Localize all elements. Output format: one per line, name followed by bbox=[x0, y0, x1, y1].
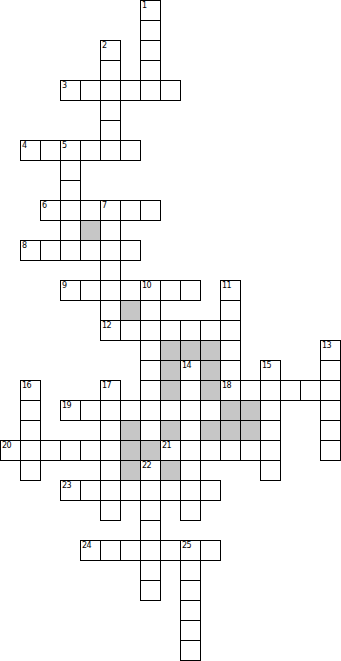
grid-cell[interactable] bbox=[140, 480, 161, 501]
grid-cell[interactable] bbox=[60, 180, 81, 201]
grid-cell[interactable] bbox=[140, 400, 161, 421]
grid-cell[interactable] bbox=[140, 320, 161, 341]
grid-cell[interactable]: 15 bbox=[260, 360, 281, 381]
blocked-cell bbox=[120, 420, 141, 441]
grid-cell[interactable] bbox=[260, 400, 281, 421]
grid-cell[interactable]: 20 bbox=[0, 440, 21, 461]
grid-cell[interactable]: 17 bbox=[100, 380, 121, 401]
grid-cell[interactable] bbox=[100, 60, 121, 81]
grid-cell[interactable] bbox=[140, 340, 161, 361]
grid-cell[interactable] bbox=[140, 40, 161, 61]
grid-cell[interactable] bbox=[80, 400, 101, 421]
clue-number: 6 bbox=[42, 201, 47, 210]
grid-cell[interactable]: 24 bbox=[80, 540, 101, 561]
grid-cell[interactable] bbox=[100, 100, 121, 121]
grid-cell[interactable] bbox=[40, 140, 61, 161]
blocked-cell bbox=[200, 420, 221, 441]
grid-cell[interactable] bbox=[100, 460, 121, 481]
grid-cell[interactable] bbox=[120, 540, 141, 561]
grid-cell[interactable]: 2 bbox=[100, 40, 121, 61]
grid-cell[interactable] bbox=[160, 280, 181, 301]
grid-cell[interactable] bbox=[140, 60, 161, 81]
grid-cell[interactable] bbox=[260, 420, 281, 441]
blocked-cell bbox=[160, 380, 181, 401]
grid-cell[interactable] bbox=[100, 300, 121, 321]
grid-cell[interactable]: 3 bbox=[60, 80, 81, 101]
grid-cell[interactable] bbox=[180, 600, 201, 621]
grid-cell[interactable] bbox=[80, 440, 101, 461]
clue-number: 21 bbox=[162, 441, 171, 450]
grid-cell[interactable] bbox=[100, 80, 121, 101]
clue-number: 9 bbox=[62, 281, 67, 290]
grid-cell[interactable] bbox=[120, 280, 141, 301]
crossword-grid: 1234567891011121314151617181920212223242… bbox=[0, 0, 341, 661]
grid-cell[interactable] bbox=[60, 440, 81, 461]
grid-cell[interactable] bbox=[260, 460, 281, 481]
grid-cell[interactable] bbox=[180, 640, 201, 661]
grid-cell[interactable] bbox=[200, 320, 221, 341]
grid-cell[interactable] bbox=[140, 380, 161, 401]
grid-cell[interactable] bbox=[100, 260, 121, 281]
clue-number: 23 bbox=[62, 481, 71, 490]
grid-cell[interactable]: 25 bbox=[180, 540, 201, 561]
grid-cell[interactable] bbox=[80, 280, 101, 301]
blocked-cell bbox=[80, 220, 101, 241]
grid-cell[interactable] bbox=[200, 440, 221, 461]
grid-cell[interactable] bbox=[20, 440, 41, 461]
grid-cell[interactable]: 16 bbox=[20, 380, 41, 401]
blocked-cell bbox=[180, 340, 201, 361]
grid-cell[interactable] bbox=[260, 380, 281, 401]
blocked-cell bbox=[220, 400, 241, 421]
grid-cell[interactable]: 9 bbox=[60, 280, 81, 301]
grid-cell[interactable]: 7 bbox=[100, 200, 121, 221]
grid-cell[interactable] bbox=[120, 200, 141, 221]
grid-cell[interactable] bbox=[220, 360, 241, 381]
grid-cell[interactable] bbox=[100, 220, 121, 241]
grid-cell[interactable] bbox=[160, 80, 181, 101]
clue-number: 18 bbox=[222, 381, 231, 390]
clue-number: 17 bbox=[102, 381, 111, 390]
grid-cell[interactable] bbox=[160, 400, 181, 421]
grid-cell[interactable]: 23 bbox=[60, 480, 81, 501]
blocked-cell bbox=[120, 460, 141, 481]
clue-number: 24 bbox=[82, 541, 91, 550]
grid-cell[interactable] bbox=[100, 540, 121, 561]
grid-cell[interactable] bbox=[100, 420, 121, 441]
grid-cell[interactable] bbox=[200, 540, 221, 561]
grid-cell[interactable] bbox=[100, 440, 121, 461]
grid-cell[interactable]: 6 bbox=[40, 200, 61, 221]
clue-number: 3 bbox=[62, 81, 67, 90]
grid-cell[interactable] bbox=[140, 500, 161, 521]
blocked-cell bbox=[160, 360, 181, 381]
grid-cell[interactable] bbox=[320, 440, 341, 461]
grid-cell[interactable] bbox=[120, 400, 141, 421]
grid-cell[interactable]: 19 bbox=[60, 400, 81, 421]
grid-cell[interactable] bbox=[100, 400, 121, 421]
grid-cell[interactable]: 8 bbox=[20, 240, 41, 261]
grid-cell[interactable] bbox=[220, 440, 241, 461]
blocked-cell bbox=[120, 300, 141, 321]
clue-number: 20 bbox=[2, 441, 11, 450]
grid-cell[interactable]: 12 bbox=[100, 320, 121, 341]
grid-cell[interactable] bbox=[120, 480, 141, 501]
grid-cell[interactable] bbox=[240, 440, 261, 461]
clue-number: 14 bbox=[182, 361, 191, 370]
grid-cell[interactable] bbox=[240, 380, 261, 401]
grid-cell[interactable] bbox=[180, 280, 201, 301]
grid-cell[interactable]: 21 bbox=[160, 440, 181, 461]
grid-cell[interactable]: 1 bbox=[140, 0, 161, 21]
grid-cell[interactable] bbox=[120, 320, 141, 341]
blocked-cell bbox=[220, 420, 241, 441]
grid-cell[interactable]: 10 bbox=[140, 280, 161, 301]
grid-cell[interactable] bbox=[100, 480, 121, 501]
blocked-cell bbox=[240, 420, 261, 441]
clue-number: 1 bbox=[142, 1, 147, 10]
blocked-cell bbox=[200, 380, 221, 401]
grid-cell[interactable] bbox=[160, 320, 181, 341]
grid-cell[interactable] bbox=[180, 560, 201, 581]
grid-cell[interactable] bbox=[40, 240, 61, 261]
grid-cell[interactable] bbox=[260, 440, 281, 461]
grid-cell[interactable] bbox=[180, 620, 201, 641]
grid-cell[interactable] bbox=[140, 520, 161, 541]
grid-cell[interactable] bbox=[180, 500, 201, 521]
grid-cell[interactable] bbox=[160, 480, 181, 501]
grid-cell[interactable] bbox=[60, 160, 81, 181]
clue-number: 10 bbox=[142, 281, 151, 290]
grid-cell[interactable] bbox=[140, 200, 161, 221]
grid-cell[interactable] bbox=[140, 80, 161, 101]
clue-number: 5 bbox=[62, 141, 67, 150]
grid-cell[interactable] bbox=[180, 400, 201, 421]
grid-cell[interactable] bbox=[180, 480, 201, 501]
grid-cell[interactable] bbox=[320, 360, 341, 381]
grid-cell[interactable] bbox=[180, 460, 201, 481]
grid-cell[interactable] bbox=[60, 240, 81, 261]
grid-cell[interactable] bbox=[140, 560, 161, 581]
grid-cell[interactable] bbox=[40, 440, 61, 461]
blocked-cell bbox=[200, 360, 221, 381]
grid-cell[interactable] bbox=[320, 420, 341, 441]
grid-cell[interactable] bbox=[180, 380, 201, 401]
grid-cell[interactable] bbox=[220, 320, 241, 341]
grid-cell[interactable] bbox=[180, 580, 201, 601]
clue-number: 8 bbox=[22, 241, 27, 250]
blocked-cell bbox=[160, 420, 181, 441]
grid-cell[interactable] bbox=[80, 240, 101, 261]
grid-cell[interactable] bbox=[100, 120, 121, 141]
grid-cell[interactable] bbox=[100, 240, 121, 261]
clue-number: 25 bbox=[182, 541, 191, 550]
blocked-cell bbox=[240, 400, 261, 421]
grid-cell[interactable] bbox=[140, 540, 161, 561]
clue-number: 19 bbox=[62, 401, 71, 410]
clue-number: 13 bbox=[322, 341, 331, 350]
blocked-cell bbox=[160, 340, 181, 361]
grid-cell[interactable] bbox=[320, 380, 341, 401]
grid-cell[interactable] bbox=[180, 320, 201, 341]
clue-number: 15 bbox=[262, 361, 271, 370]
grid-cell[interactable] bbox=[140, 580, 161, 601]
blocked-cell bbox=[140, 440, 161, 461]
grid-cell[interactable] bbox=[100, 280, 121, 301]
grid-cell[interactable] bbox=[140, 420, 161, 441]
grid-cell[interactable] bbox=[100, 140, 121, 161]
grid-cell[interactable] bbox=[20, 400, 41, 421]
grid-cell[interactable]: 22 bbox=[140, 460, 161, 481]
grid-cell[interactable] bbox=[160, 540, 181, 561]
grid-cell[interactable] bbox=[140, 300, 161, 321]
grid-cell[interactable] bbox=[300, 380, 321, 401]
grid-cell[interactable] bbox=[80, 480, 101, 501]
grid-cell[interactable] bbox=[120, 240, 141, 261]
grid-cell[interactable] bbox=[20, 420, 41, 441]
grid-cell[interactable] bbox=[80, 200, 101, 221]
grid-cell[interactable]: 11 bbox=[220, 280, 241, 301]
grid-cell[interactable] bbox=[140, 20, 161, 41]
grid-cell[interactable]: 4 bbox=[20, 140, 41, 161]
grid-cell[interactable] bbox=[80, 140, 101, 161]
grid-cell[interactable] bbox=[200, 400, 221, 421]
grid-cell[interactable] bbox=[220, 300, 241, 321]
blocked-cell bbox=[160, 460, 181, 481]
grid-cell[interactable] bbox=[80, 80, 101, 101]
clue-number: 22 bbox=[142, 461, 151, 470]
grid-cell[interactable] bbox=[280, 380, 301, 401]
clue-number: 4 bbox=[22, 141, 27, 150]
grid-cell[interactable] bbox=[180, 420, 201, 441]
grid-cell[interactable] bbox=[180, 440, 201, 461]
clue-number: 11 bbox=[222, 281, 231, 290]
clue-number: 7 bbox=[102, 201, 107, 210]
grid-cell[interactable] bbox=[20, 460, 41, 481]
grid-cell[interactable] bbox=[140, 360, 161, 381]
grid-cell[interactable] bbox=[320, 400, 341, 421]
grid-cell[interactable] bbox=[220, 340, 241, 361]
grid-cell[interactable]: 5 bbox=[60, 140, 81, 161]
grid-cell[interactable]: 18 bbox=[220, 380, 241, 401]
grid-cell[interactable]: 14 bbox=[180, 360, 201, 381]
grid-cell[interactable] bbox=[60, 220, 81, 241]
clue-number: 12 bbox=[102, 321, 111, 330]
grid-cell[interactable] bbox=[120, 140, 141, 161]
clue-number: 2 bbox=[102, 41, 107, 50]
clue-number: 16 bbox=[22, 381, 31, 390]
blocked-cell bbox=[200, 340, 221, 361]
blocked-cell bbox=[120, 440, 141, 461]
grid-cell[interactable] bbox=[60, 200, 81, 221]
grid-cell[interactable] bbox=[100, 500, 121, 521]
grid-cell[interactable]: 13 bbox=[320, 340, 341, 361]
grid-cell[interactable] bbox=[200, 480, 221, 501]
grid-cell[interactable] bbox=[120, 80, 141, 101]
